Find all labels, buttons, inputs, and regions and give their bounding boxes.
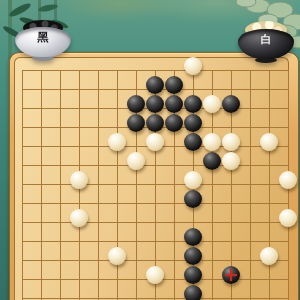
black-bowl-label: 黑	[15, 32, 71, 43]
white-bowl-label: 白	[238, 34, 294, 45]
board-grid[interactable]	[22, 70, 289, 300]
black-stone-bowl: 黑	[15, 19, 71, 59]
game-board	[9, 52, 299, 300]
white-stone-bowl: 白	[238, 21, 294, 61]
gomoku-app: 黑 白	[0, 0, 300, 300]
board-surface	[14, 57, 289, 300]
